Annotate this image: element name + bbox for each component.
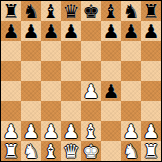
- square-h8[interactable]: ♜: [141, 1, 161, 21]
- black-rook: ♜: [142, 1, 159, 21]
- square-e6[interactable]: [81, 41, 101, 61]
- black-knight: ♞: [122, 1, 139, 21]
- square-g1[interactable]: ♞: [121, 141, 141, 161]
- square-h1[interactable]: ♜: [141, 141, 161, 161]
- white-knight: ♞: [22, 141, 39, 161]
- square-h2[interactable]: ♟: [141, 121, 161, 141]
- square-h5[interactable]: [141, 61, 161, 81]
- black-king: ♚: [82, 1, 99, 21]
- square-c7[interactable]: ♟: [41, 21, 61, 41]
- square-f2[interactable]: [101, 121, 121, 141]
- black-rook: ♜: [2, 1, 19, 21]
- square-d7[interactable]: ♟: [61, 21, 81, 41]
- black-pawn: ♟: [102, 81, 119, 101]
- square-e3[interactable]: [81, 101, 101, 121]
- square-e5[interactable]: [81, 61, 101, 81]
- square-e4[interactable]: ♟: [81, 81, 101, 101]
- white-bishop: ♝: [82, 121, 99, 141]
- black-pawn: ♟: [102, 21, 119, 41]
- white-pawn: ♟: [142, 121, 159, 141]
- square-g6[interactable]: [121, 41, 141, 61]
- square-f7[interactable]: ♟: [101, 21, 121, 41]
- square-a7[interactable]: ♟: [1, 21, 21, 41]
- white-rook: ♜: [142, 141, 159, 161]
- square-h7[interactable]: ♟: [141, 21, 161, 41]
- square-a4[interactable]: [1, 81, 21, 101]
- chess-board: ♜♞♝♛♚♝♞♜♟♟♟♟♟♟♟♟♟♟♟♟♟♝♟♟♜♞♝♛♚♞♜: [0, 0, 162, 162]
- square-b2[interactable]: ♟: [21, 121, 41, 141]
- white-rook: ♜: [2, 141, 19, 161]
- square-d8[interactable]: ♛: [61, 1, 81, 21]
- black-pawn: ♟: [122, 21, 139, 41]
- black-bishop: ♝: [102, 1, 119, 21]
- black-pawn: ♟: [62, 21, 79, 41]
- square-a2[interactable]: ♟: [1, 121, 21, 141]
- black-queen: ♛: [62, 1, 79, 21]
- square-b3[interactable]: [21, 101, 41, 121]
- square-h4[interactable]: [141, 81, 161, 101]
- square-e8[interactable]: ♚: [81, 1, 101, 21]
- square-b8[interactable]: ♞: [21, 1, 41, 21]
- square-d4[interactable]: [61, 81, 81, 101]
- white-pawn: ♟: [122, 121, 139, 141]
- square-g7[interactable]: ♟: [121, 21, 141, 41]
- square-h6[interactable]: [141, 41, 161, 61]
- white-pawn: ♟: [82, 81, 99, 101]
- square-g4[interactable]: [121, 81, 141, 101]
- black-knight: ♞: [22, 1, 39, 21]
- square-d5[interactable]: [61, 61, 81, 81]
- square-b6[interactable]: [21, 41, 41, 61]
- square-f4[interactable]: ♟: [101, 81, 121, 101]
- white-pawn: ♟: [22, 121, 39, 141]
- square-c4[interactable]: [41, 81, 61, 101]
- square-a1[interactable]: ♜: [1, 141, 21, 161]
- square-e7[interactable]: [81, 21, 101, 41]
- square-h3[interactable]: [141, 101, 161, 121]
- white-pawn: ♟: [62, 121, 79, 141]
- square-a5[interactable]: [1, 61, 21, 81]
- square-f8[interactable]: ♝: [101, 1, 121, 21]
- square-b4[interactable]: [21, 81, 41, 101]
- white-knight: ♞: [122, 141, 139, 161]
- square-f6[interactable]: [101, 41, 121, 61]
- white-queen: ♛: [62, 141, 79, 161]
- square-a6[interactable]: [1, 41, 21, 61]
- square-b5[interactable]: [21, 61, 41, 81]
- square-b7[interactable]: ♟: [21, 21, 41, 41]
- square-g8[interactable]: ♞: [121, 1, 141, 21]
- white-pawn: ♟: [42, 121, 59, 141]
- black-pawn: ♟: [2, 21, 19, 41]
- square-d3[interactable]: [61, 101, 81, 121]
- square-b1[interactable]: ♞: [21, 141, 41, 161]
- white-pawn: ♟: [2, 121, 19, 141]
- square-d6[interactable]: [61, 41, 81, 61]
- black-pawn: ♟: [42, 21, 59, 41]
- square-e1[interactable]: ♚: [81, 141, 101, 161]
- square-d2[interactable]: ♟: [61, 121, 81, 141]
- square-g3[interactable]: [121, 101, 141, 121]
- square-c3[interactable]: [41, 101, 61, 121]
- square-a8[interactable]: ♜: [1, 1, 21, 21]
- square-g2[interactable]: ♟: [121, 121, 141, 141]
- square-c1[interactable]: ♝: [41, 141, 61, 161]
- black-bishop: ♝: [42, 1, 59, 21]
- square-g5[interactable]: [121, 61, 141, 81]
- square-c6[interactable]: [41, 41, 61, 61]
- square-c5[interactable]: [41, 61, 61, 81]
- square-a3[interactable]: [1, 101, 21, 121]
- black-pawn: ♟: [142, 21, 159, 41]
- black-pawn: ♟: [22, 21, 39, 41]
- square-f1[interactable]: [101, 141, 121, 161]
- square-f5[interactable]: [101, 61, 121, 81]
- white-bishop: ♝: [42, 141, 59, 161]
- square-f3[interactable]: [101, 101, 121, 121]
- square-c8[interactable]: ♝: [41, 1, 61, 21]
- square-e2[interactable]: ♝: [81, 121, 101, 141]
- square-d1[interactable]: ♛: [61, 141, 81, 161]
- white-king: ♚: [82, 141, 99, 161]
- square-c2[interactable]: ♟: [41, 121, 61, 141]
